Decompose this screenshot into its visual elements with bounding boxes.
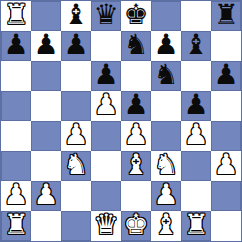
square-f8[interactable] — [151, 1, 181, 31]
piece-white-rook[interactable]: ♜ — [3, 1, 28, 29]
square-g5[interactable]: ♟ — [181, 91, 211, 121]
piece-white-king[interactable]: ♚ — [123, 211, 148, 239]
square-f6[interactable]: ♞ — [151, 61, 181, 91]
square-h8[interactable]: ♜ — [211, 1, 241, 31]
piece-white-pawn[interactable]: ♟ — [153, 181, 178, 209]
piece-white-pawn[interactable]: ♟ — [123, 121, 148, 149]
piece-black-pawn[interactable]: ♟ — [123, 91, 148, 119]
piece-black-pawn[interactable]: ♟ — [183, 91, 208, 119]
piece-black-king[interactable]: ♚ — [123, 1, 148, 29]
square-f3[interactable]: ♞ — [151, 151, 181, 181]
square-e6[interactable] — [121, 61, 151, 91]
square-g7[interactable]: ♝ — [181, 31, 211, 61]
square-h5[interactable] — [211, 91, 241, 121]
square-b6[interactable] — [31, 61, 61, 91]
square-h4[interactable] — [211, 121, 241, 151]
square-b4[interactable] — [31, 121, 61, 151]
square-b3[interactable] — [31, 151, 61, 181]
square-c2[interactable] — [61, 181, 91, 211]
square-b5[interactable] — [31, 91, 61, 121]
square-g8[interactable] — [181, 1, 211, 31]
square-c4[interactable]: ♟ — [61, 121, 91, 151]
square-c1[interactable] — [61, 211, 91, 241]
piece-white-rook[interactable]: ♜ — [183, 211, 208, 239]
square-e2[interactable] — [121, 181, 151, 211]
piece-white-pawn[interactable]: ♟ — [3, 181, 28, 209]
square-h6[interactable]: ♟ — [211, 61, 241, 91]
piece-white-queen[interactable]: ♛ — [93, 211, 118, 239]
square-d4[interactable] — [91, 121, 121, 151]
square-h1[interactable] — [211, 211, 241, 241]
piece-white-bishop[interactable]: ♝ — [153, 211, 178, 239]
piece-white-pawn[interactable]: ♟ — [93, 91, 118, 119]
piece-white-bishop[interactable]: ♝ — [123, 151, 148, 179]
square-f2[interactable]: ♟ — [151, 181, 181, 211]
piece-white-pawn[interactable]: ♟ — [183, 121, 208, 149]
square-c6[interactable] — [61, 61, 91, 91]
piece-black-knight[interactable]: ♞ — [153, 61, 178, 89]
piece-black-pawn[interactable]: ♟ — [3, 31, 28, 59]
piece-white-pawn[interactable]: ♟ — [33, 181, 58, 209]
piece-white-knight[interactable]: ♞ — [153, 151, 178, 179]
square-g4[interactable]: ♟ — [181, 121, 211, 151]
piece-white-pawn[interactable]: ♟ — [213, 151, 238, 179]
square-d5[interactable]: ♟ — [91, 91, 121, 121]
square-e3[interactable]: ♝ — [121, 151, 151, 181]
square-a8[interactable]: ♜ — [1, 1, 31, 31]
square-b1[interactable] — [31, 211, 61, 241]
square-d3[interactable] — [91, 151, 121, 181]
square-f5[interactable] — [151, 91, 181, 121]
square-g3[interactable] — [181, 151, 211, 181]
piece-black-pawn[interactable]: ♟ — [33, 31, 58, 59]
square-d8[interactable]: ♛ — [91, 1, 121, 31]
square-h3[interactable]: ♟ — [211, 151, 241, 181]
square-e8[interactable]: ♚ — [121, 1, 151, 31]
piece-black-bishop[interactable]: ♝ — [183, 31, 208, 59]
square-a7[interactable]: ♟ — [1, 31, 31, 61]
square-a3[interactable] — [1, 151, 31, 181]
piece-black-pawn[interactable]: ♟ — [93, 61, 118, 89]
piece-black-pawn[interactable]: ♟ — [63, 31, 88, 59]
piece-black-queen[interactable]: ♛ — [93, 1, 118, 29]
piece-black-pawn[interactable]: ♟ — [213, 61, 238, 89]
square-d7[interactable] — [91, 31, 121, 61]
square-h2[interactable] — [211, 181, 241, 211]
square-c3[interactable]: ♞ — [61, 151, 91, 181]
square-c5[interactable] — [61, 91, 91, 121]
square-f4[interactable] — [151, 121, 181, 151]
square-e5[interactable]: ♟ — [121, 91, 151, 121]
square-c7[interactable]: ♟ — [61, 31, 91, 61]
piece-black-pawn[interactable]: ♟ — [153, 31, 178, 59]
square-f7[interactable]: ♟ — [151, 31, 181, 61]
square-f1[interactable]: ♝ — [151, 211, 181, 241]
square-g1[interactable]: ♜ — [181, 211, 211, 241]
square-g2[interactable] — [181, 181, 211, 211]
square-a6[interactable] — [1, 61, 31, 91]
piece-black-bishop[interactable]: ♝ — [63, 1, 88, 29]
square-b7[interactable]: ♟ — [31, 31, 61, 61]
piece-white-pawn[interactable]: ♟ — [63, 121, 88, 149]
square-d6[interactable]: ♟ — [91, 61, 121, 91]
square-b8[interactable] — [31, 1, 61, 31]
square-a2[interactable]: ♟ — [1, 181, 31, 211]
piece-white-rook[interactable]: ♜ — [3, 211, 28, 239]
piece-black-rook[interactable]: ♜ — [213, 1, 238, 29]
square-h7[interactable] — [211, 31, 241, 61]
chess-board: ♜♝♛♚♜♟♟♟♞♟♝♟♞♟♟♟♟♟♟♟♞♝♞♟♟♟♟♜♛♚♝♜ — [0, 0, 242, 242]
square-c8[interactable]: ♝ — [61, 1, 91, 31]
square-e4[interactable]: ♟ — [121, 121, 151, 151]
square-a1[interactable]: ♜ — [1, 211, 31, 241]
square-d1[interactable]: ♛ — [91, 211, 121, 241]
square-g6[interactable] — [181, 61, 211, 91]
square-e7[interactable]: ♞ — [121, 31, 151, 61]
piece-black-knight[interactable]: ♞ — [123, 31, 148, 59]
square-e1[interactable]: ♚ — [121, 211, 151, 241]
square-a5[interactable] — [1, 91, 31, 121]
square-b2[interactable]: ♟ — [31, 181, 61, 211]
square-a4[interactable] — [1, 121, 31, 151]
square-d2[interactable] — [91, 181, 121, 211]
piece-white-knight[interactable]: ♞ — [63, 151, 88, 179]
